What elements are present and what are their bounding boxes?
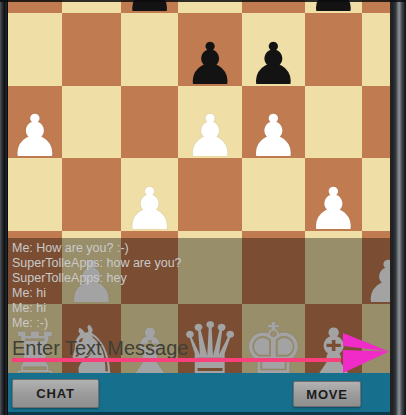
- square-c4[interactable]: [121, 86, 178, 159]
- square-e4[interactable]: ♟: [242, 86, 305, 159]
- piece-wP-f3: ♟: [307, 180, 359, 238]
- chat-message: Me: How are you? :-): [12, 241, 182, 256]
- square-d4[interactable]: ♟: [178, 86, 242, 159]
- move-button[interactable]: MOVE: [293, 381, 361, 407]
- square-f4[interactable]: [305, 86, 362, 159]
- chat-message: SuperTolleApps: how are you?: [12, 256, 182, 271]
- piece-wP-c3: ♟: [124, 180, 176, 238]
- phone-bezel-left: [0, 0, 8, 415]
- chat-message: Me: :-): [12, 316, 182, 331]
- chat-message-list: Me: How are you? :-) SuperTolleApps: how…: [12, 241, 182, 331]
- input-underline: [12, 358, 341, 362]
- square-d5[interactable]: ♟: [178, 13, 242, 86]
- square-a4[interactable]: ♟: [8, 86, 62, 159]
- square-e3[interactable]: [242, 158, 305, 231]
- phone-screen: ♟♟♟♟♟♟♟♟♟♞♟♟♟♜♞♝♛♚♝♜ Me: How are you? :-…: [0, 0, 406, 415]
- square-c5[interactable]: [121, 13, 178, 86]
- chat-message: Me: hi: [12, 301, 182, 316]
- piece-wP-d4: ♟: [184, 107, 236, 165]
- piece-wP-a4: ♟: [9, 107, 61, 165]
- square-d3[interactable]: [178, 158, 242, 231]
- square-e5[interactable]: ♟: [242, 13, 305, 86]
- square-a3[interactable]: [8, 158, 62, 231]
- square-b3[interactable]: [62, 158, 121, 231]
- send-arrow-icon[interactable]: [343, 330, 389, 373]
- phone-bezel-right: [390, 0, 406, 415]
- chat-message: SuperTolleApps: hey: [12, 271, 182, 286]
- square-f3[interactable]: ♟: [305, 158, 362, 231]
- bottom-toolbar: CHAT MOVE: [0, 373, 406, 415]
- square-f5[interactable]: [305, 13, 362, 86]
- square-b5[interactable]: [62, 13, 121, 86]
- piece-wP-e4: ♟: [247, 107, 299, 165]
- phone-top-edge: [0, 0, 406, 2]
- square-a5[interactable]: [8, 13, 62, 86]
- chat-button[interactable]: CHAT: [12, 379, 99, 408]
- square-c3[interactable]: ♟: [121, 158, 178, 231]
- piece-bP-d5: ♟: [184, 35, 236, 93]
- piece-bP-e5: ♟: [247, 35, 299, 93]
- chat-message: Me: hi: [12, 286, 182, 301]
- square-b4[interactable]: [62, 86, 121, 159]
